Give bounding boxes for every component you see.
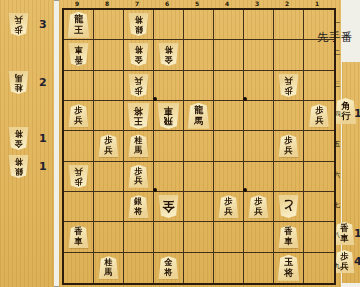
square-2-2[interactable] xyxy=(274,40,304,70)
piece-gold[interactable]: 金将 xyxy=(8,127,29,150)
square-4-2[interactable] xyxy=(214,40,244,70)
piece-lance[interactable]: 香車 xyxy=(278,225,299,248)
file-label-6: 6 xyxy=(152,0,182,7)
square-4-4[interactable] xyxy=(214,101,244,131)
file-label-9: 9 xyxy=(62,0,92,7)
square-7-6[interactable]: 歩兵 xyxy=(124,162,154,192)
file-label-2: 2 xyxy=(272,0,302,7)
piece-pawn[interactable]: 歩兵 xyxy=(98,134,119,157)
square-7-3[interactable]: 歩兵 xyxy=(124,71,154,101)
square-3-1[interactable] xyxy=(244,10,274,40)
file-label-5: 5 xyxy=(182,0,212,7)
file-label-1: 1 xyxy=(302,0,332,7)
square-5-7[interactable] xyxy=(184,192,214,222)
square-8-4[interactable] xyxy=(94,101,124,131)
piece-gold[interactable]: 金将 xyxy=(158,256,179,279)
square-2-4[interactable] xyxy=(274,101,304,131)
piece-silver[interactable]: 銀将 xyxy=(8,155,29,178)
rank-label-7: 七 xyxy=(333,201,341,210)
piece-pawn[interactable]: 歩兵 xyxy=(218,195,239,218)
file-label-8: 8 xyxy=(92,0,122,7)
square-6-3[interactable] xyxy=(154,71,184,101)
square-4-9[interactable] xyxy=(214,253,244,283)
square-3-7[interactable]: 歩兵 xyxy=(244,192,274,222)
square-8-1[interactable] xyxy=(94,10,124,40)
piece-pawn[interactable]: 歩兵 xyxy=(278,134,299,157)
piece-pawn[interactable]: 歩兵 xyxy=(128,74,149,97)
square-1-5[interactable] xyxy=(304,131,334,161)
square-6-7[interactable]: 全 xyxy=(154,192,184,222)
square-2-6[interactable] xyxy=(274,162,304,192)
hoshi-dot xyxy=(243,188,247,192)
square-9-2[interactable]: 香車 xyxy=(64,40,94,70)
gote-hand-stand: 歩兵3桂馬2金将1銀将1 xyxy=(0,0,54,287)
rank-label-4: 四 xyxy=(333,110,341,119)
square-5-1[interactable] xyxy=(184,10,214,40)
sente-hand-count-lance: 1 xyxy=(354,227,360,240)
square-5-5[interactable] xyxy=(184,131,214,161)
rank-label-2: 二 xyxy=(333,49,341,58)
square-2-7[interactable]: と xyxy=(274,192,304,222)
square-8-5[interactable]: 歩兵 xyxy=(94,131,124,161)
square-7-8[interactable] xyxy=(124,222,154,252)
square-3-4[interactable] xyxy=(244,101,274,131)
square-3-5[interactable] xyxy=(244,131,274,161)
square-4-7[interactable]: 歩兵 xyxy=(214,192,244,222)
rank-label-3: 三 xyxy=(333,80,341,89)
file-label-4: 4 xyxy=(212,0,242,7)
square-7-1[interactable]: 銀将 xyxy=(124,10,154,40)
piece-sente-king[interactable]: 玉将 xyxy=(277,255,300,281)
sente-hand-count-bishop: 1 xyxy=(354,107,360,120)
square-7-2[interactable]: 金将 xyxy=(124,40,154,70)
square-8-7[interactable] xyxy=(94,192,124,222)
square-7-7[interactable]: 銀将 xyxy=(124,192,154,222)
square-9-8[interactable]: 香車 xyxy=(64,222,94,252)
square-1-3[interactable] xyxy=(304,71,334,101)
square-4-3[interactable] xyxy=(214,71,244,101)
square-5-2[interactable] xyxy=(184,40,214,70)
square-8-8[interactable] xyxy=(94,222,124,252)
sente-hand-stand: 角行1香車1歩兵4 xyxy=(342,62,360,283)
piece-pawn[interactable]: 歩兵 xyxy=(128,165,149,188)
square-7-9[interactable] xyxy=(124,253,154,283)
square-8-9[interactable]: 桂馬 xyxy=(94,253,124,283)
square-2-8[interactable]: 香車 xyxy=(274,222,304,252)
square-6-1[interactable] xyxy=(154,10,184,40)
square-1-8[interactable] xyxy=(304,222,334,252)
hoshi-dot xyxy=(153,188,157,192)
square-9-3[interactable] xyxy=(64,71,94,101)
piece-knight[interactable]: 桂馬 xyxy=(128,134,149,157)
gote-hand-count-silver: 1 xyxy=(39,160,47,173)
square-9-4[interactable]: 歩兵 xyxy=(64,101,94,131)
square-8-6[interactable] xyxy=(94,162,124,192)
piece-gote-king[interactable]: 王将 xyxy=(127,103,150,129)
sente-hand-count-pawn: 4 xyxy=(354,255,360,268)
rank-label-5: 五 xyxy=(333,140,341,149)
square-1-1[interactable] xyxy=(304,10,334,40)
square-6-4[interactable]: 飛車 xyxy=(154,101,184,131)
piece-pawn[interactable]: 歩兵 xyxy=(248,195,269,218)
square-5-8[interactable] xyxy=(184,222,214,252)
piece-rook[interactable]: 飛車 xyxy=(157,103,180,129)
piece-pawn[interactable]: 歩兵 xyxy=(309,104,330,127)
square-9-7[interactable] xyxy=(64,192,94,222)
file-label-3: 3 xyxy=(242,0,272,7)
square-5-9[interactable] xyxy=(184,253,214,283)
piece-pawn[interactable]: 歩兵 xyxy=(8,13,29,36)
square-2-3[interactable]: 歩兵 xyxy=(274,71,304,101)
shogi-app: 歩兵3桂馬2金将1銀将1 先手番 角行1香車1歩兵4 龍王銀将香車金将金将歩兵歩… xyxy=(0,0,360,287)
square-4-8[interactable] xyxy=(214,222,244,252)
square-3-3[interactable] xyxy=(244,71,274,101)
square-5-6[interactable] xyxy=(184,162,214,192)
square-9-6[interactable]: 歩兵 xyxy=(64,162,94,192)
square-2-5[interactable]: 歩兵 xyxy=(274,131,304,161)
square-5-4[interactable]: 龍馬 xyxy=(184,101,214,131)
rank-label-8: 八 xyxy=(333,231,341,240)
file-label-7: 7 xyxy=(122,0,152,7)
square-1-2[interactable] xyxy=(304,40,334,70)
square-1-7[interactable] xyxy=(304,192,334,222)
piece-knight[interactable]: 桂馬 xyxy=(98,256,119,279)
square-7-5[interactable]: 桂馬 xyxy=(124,131,154,161)
square-6-2[interactable]: 金将 xyxy=(154,40,184,70)
piece-pawn[interactable]: 歩兵 xyxy=(68,104,89,127)
piece-knight[interactable]: 桂馬 xyxy=(8,71,29,94)
square-3-2[interactable] xyxy=(244,40,274,70)
square-3-8[interactable] xyxy=(244,222,274,252)
gote-hand-count-pawn: 3 xyxy=(39,18,47,31)
square-6-8[interactable] xyxy=(154,222,184,252)
hoshi-dot xyxy=(153,97,157,101)
square-6-5[interactable] xyxy=(154,131,184,161)
gote-hand-count-knight: 2 xyxy=(39,76,47,89)
hoshi-dot xyxy=(243,97,247,101)
square-2-9[interactable]: 玉将 xyxy=(274,253,304,283)
rank-label-1: 一 xyxy=(333,19,341,28)
piece-promoted-silver[interactable]: 全 xyxy=(158,195,179,218)
piece-lance[interactable]: 香車 xyxy=(68,225,89,248)
square-1-4[interactable]: 歩兵 xyxy=(304,101,334,131)
square-6-6[interactable] xyxy=(154,162,184,192)
piece-pawn[interactable]: 歩兵 xyxy=(278,74,299,97)
piece-gold[interactable]: 金将 xyxy=(128,43,149,66)
square-4-5[interactable] xyxy=(214,131,244,161)
square-9-5[interactable] xyxy=(64,131,94,161)
piece-pawn[interactable]: 歩兵 xyxy=(68,165,89,188)
square-4-1[interactable] xyxy=(214,10,244,40)
piece-promoted-rook[interactable]: 龍王 xyxy=(67,12,90,38)
square-9-1[interactable]: 龍王 xyxy=(64,10,94,40)
piece-gold[interactable]: 金将 xyxy=(158,43,179,66)
shogi-board-grid: 龍王銀将香車金将金将歩兵歩兵歩兵王将飛車龍馬歩兵歩兵桂馬歩兵歩兵歩兵銀将全歩兵歩… xyxy=(62,8,336,285)
square-1-9[interactable] xyxy=(304,253,334,283)
square-5-3[interactable] xyxy=(184,71,214,101)
piece-lance[interactable]: 香車 xyxy=(68,43,89,66)
piece-silver[interactable]: 銀将 xyxy=(128,13,149,36)
piece-promoted-bishop[interactable]: 龍馬 xyxy=(187,103,210,129)
square-1-6[interactable] xyxy=(304,162,334,192)
gote-hand-count-gold: 1 xyxy=(39,132,47,145)
square-3-9[interactable] xyxy=(244,253,274,283)
square-9-9[interactable] xyxy=(64,253,94,283)
piece-silver[interactable]: 銀将 xyxy=(128,195,149,218)
rank-label-6: 六 xyxy=(333,171,341,180)
square-3-6[interactable] xyxy=(244,162,274,192)
square-4-6[interactable] xyxy=(214,162,244,192)
square-8-2[interactable] xyxy=(94,40,124,70)
square-7-4[interactable]: 王将 xyxy=(124,101,154,131)
rank-label-9: 九 xyxy=(333,262,341,271)
square-6-9[interactable]: 金将 xyxy=(154,253,184,283)
square-2-1[interactable] xyxy=(274,10,304,40)
piece-tokin[interactable]: と xyxy=(278,195,299,218)
square-8-3[interactable] xyxy=(94,71,124,101)
